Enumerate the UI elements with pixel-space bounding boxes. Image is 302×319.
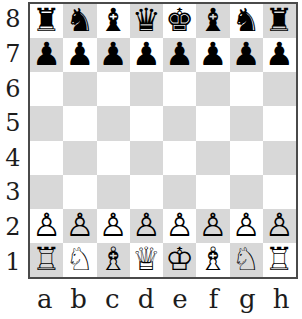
square-g7[interactable]: ♟ xyxy=(230,38,263,72)
square-a5[interactable] xyxy=(30,106,63,140)
square-c6[interactable] xyxy=(97,72,130,106)
square-e2[interactable]: ♙ xyxy=(163,209,196,243)
square-d4[interactable] xyxy=(130,141,163,175)
square-e5[interactable] xyxy=(163,106,196,140)
square-a8[interactable]: ♜ xyxy=(30,4,63,38)
black-pawn: ♟ xyxy=(199,38,228,70)
white-pawn: ♙ xyxy=(199,209,228,241)
square-b6[interactable] xyxy=(63,72,96,106)
square-e3[interactable] xyxy=(163,175,196,209)
square-f8[interactable]: ♝ xyxy=(196,4,229,38)
white-knight: ♘ xyxy=(232,243,261,275)
white-pawn: ♙ xyxy=(66,209,95,241)
white-bishop: ♗ xyxy=(199,243,228,275)
square-d5[interactable] xyxy=(130,106,163,140)
square-f1[interactable]: ♗ xyxy=(196,243,229,277)
white-queen: ♕ xyxy=(132,243,161,275)
square-g3[interactable] xyxy=(230,175,263,209)
square-h7[interactable]: ♟ xyxy=(263,38,296,72)
square-g1[interactable]: ♘ xyxy=(230,243,263,277)
white-knight: ♘ xyxy=(66,243,95,275)
black-king: ♚ xyxy=(165,4,194,36)
square-d6[interactable] xyxy=(130,72,163,106)
file-label-c: c xyxy=(96,279,130,319)
black-queen: ♛ xyxy=(132,4,161,36)
black-pawn: ♟ xyxy=(232,38,261,70)
rank-label-6: 6 xyxy=(0,71,26,106)
square-b2[interactable]: ♙ xyxy=(63,209,96,243)
black-pawn: ♟ xyxy=(265,38,294,70)
square-e8[interactable]: ♚ xyxy=(163,4,196,38)
square-e1[interactable]: ♔ xyxy=(163,243,196,277)
rank-labels: 87654321 xyxy=(0,2,26,279)
file-label-d: d xyxy=(129,279,163,319)
rank-label-7: 7 xyxy=(0,37,26,72)
square-h4[interactable] xyxy=(263,141,296,175)
square-c4[interactable] xyxy=(97,141,130,175)
square-e4[interactable] xyxy=(163,141,196,175)
square-f6[interactable] xyxy=(196,72,229,106)
file-label-g: g xyxy=(231,279,265,319)
rank-label-3: 3 xyxy=(0,175,26,210)
square-b4[interactable] xyxy=(63,141,96,175)
square-b8[interactable]: ♞ xyxy=(63,4,96,38)
square-c2[interactable]: ♙ xyxy=(97,209,130,243)
chess-diagram: 87654321 ♜♞♝♛♚♝♞♜♟♟♟♟♟♟♟♟♙♙♙♙♙♙♙♙♖♘♗♕♔♗♘… xyxy=(0,0,302,319)
square-h2[interactable]: ♙ xyxy=(263,209,296,243)
square-c8[interactable]: ♝ xyxy=(97,4,130,38)
square-c1[interactable]: ♗ xyxy=(97,243,130,277)
square-b7[interactable]: ♟ xyxy=(63,38,96,72)
square-a6[interactable] xyxy=(30,72,63,106)
square-g2[interactable]: ♙ xyxy=(230,209,263,243)
square-d2[interactable]: ♙ xyxy=(130,209,163,243)
rank-label-4: 4 xyxy=(0,141,26,176)
black-pawn: ♟ xyxy=(99,38,128,70)
square-a3[interactable] xyxy=(30,175,63,209)
white-pawn: ♙ xyxy=(232,209,261,241)
file-label-e: e xyxy=(163,279,197,319)
black-pawn: ♟ xyxy=(132,38,161,70)
black-bishop: ♝ xyxy=(99,4,128,36)
square-f7[interactable]: ♟ xyxy=(196,38,229,72)
square-f3[interactable] xyxy=(196,175,229,209)
square-c5[interactable] xyxy=(97,106,130,140)
file-labels: abcdefgh xyxy=(28,279,298,319)
square-f5[interactable] xyxy=(196,106,229,140)
square-a7[interactable]: ♟ xyxy=(30,38,63,72)
black-rook: ♜ xyxy=(265,4,294,36)
square-a1[interactable]: ♖ xyxy=(30,243,63,277)
square-g8[interactable]: ♞ xyxy=(230,4,263,38)
file-label-a: a xyxy=(28,279,62,319)
square-b3[interactable] xyxy=(63,175,96,209)
square-g6[interactable] xyxy=(230,72,263,106)
square-d3[interactable] xyxy=(130,175,163,209)
white-pawn: ♙ xyxy=(265,209,294,241)
square-e6[interactable] xyxy=(163,72,196,106)
white-rook: ♖ xyxy=(32,243,61,275)
black-rook: ♜ xyxy=(32,4,61,36)
white-bishop: ♗ xyxy=(99,243,128,275)
black-knight: ♞ xyxy=(66,4,95,36)
white-pawn: ♙ xyxy=(32,209,61,241)
square-f2[interactable]: ♙ xyxy=(196,209,229,243)
square-h1[interactable]: ♖ xyxy=(263,243,296,277)
square-c7[interactable]: ♟ xyxy=(97,38,130,72)
square-b1[interactable]: ♘ xyxy=(63,243,96,277)
rank-label-5: 5 xyxy=(0,106,26,141)
file-label-h: h xyxy=(264,279,298,319)
file-label-f: f xyxy=(197,279,231,319)
rank-label-1: 1 xyxy=(0,244,26,279)
white-king: ♔ xyxy=(165,243,194,275)
rank-label-8: 8 xyxy=(0,2,26,37)
black-pawn: ♟ xyxy=(32,38,61,70)
square-h3[interactable] xyxy=(263,175,296,209)
white-pawn: ♙ xyxy=(132,209,161,241)
black-pawn: ♟ xyxy=(66,38,95,70)
square-h6[interactable] xyxy=(263,72,296,106)
square-a4[interactable] xyxy=(30,141,63,175)
black-knight: ♞ xyxy=(232,4,261,36)
square-c3[interactable] xyxy=(97,175,130,209)
square-h5[interactable] xyxy=(263,106,296,140)
square-f4[interactable] xyxy=(196,141,229,175)
black-pawn: ♟ xyxy=(165,38,194,70)
file-label-b: b xyxy=(62,279,96,319)
square-d7[interactable]: ♟ xyxy=(130,38,163,72)
white-pawn: ♙ xyxy=(99,209,128,241)
chess-board: ♜♞♝♛♚♝♞♜♟♟♟♟♟♟♟♟♙♙♙♙♙♙♙♙♖♘♗♕♔♗♘♖ xyxy=(28,2,298,279)
white-pawn: ♙ xyxy=(165,209,194,241)
square-h8[interactable]: ♜ xyxy=(263,4,296,38)
square-e7[interactable]: ♟ xyxy=(163,38,196,72)
square-g4[interactable] xyxy=(230,141,263,175)
square-g5[interactable] xyxy=(230,106,263,140)
square-d8[interactable]: ♛ xyxy=(130,4,163,38)
square-b5[interactable] xyxy=(63,106,96,140)
square-a2[interactable]: ♙ xyxy=(30,209,63,243)
rank-label-2: 2 xyxy=(0,210,26,245)
square-d1[interactable]: ♕ xyxy=(130,243,163,277)
white-rook: ♖ xyxy=(265,243,294,275)
black-bishop: ♝ xyxy=(199,4,228,36)
